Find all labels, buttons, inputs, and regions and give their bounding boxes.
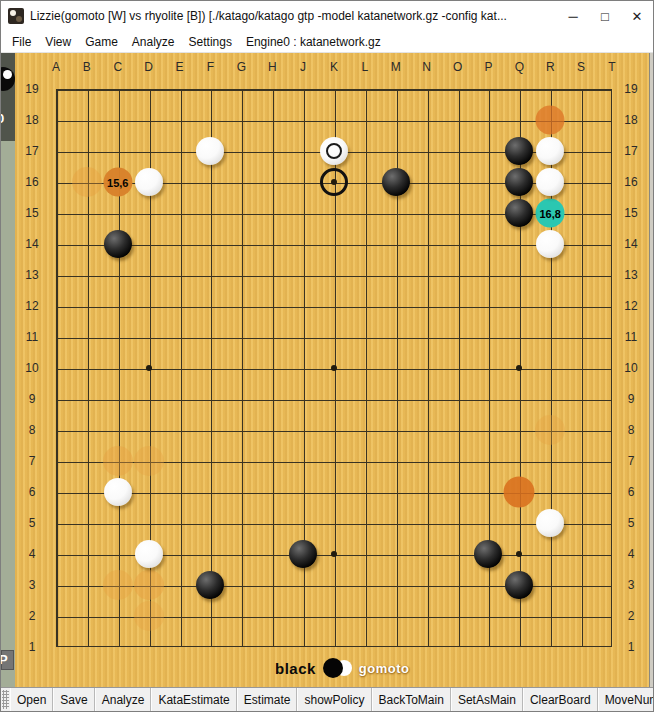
candidate-move-c16[interactable]: 15,6	[103, 168, 132, 197]
coord-row-right-9: 9	[628, 392, 635, 406]
coord-col-D: D	[144, 60, 153, 74]
coord-col-A: A	[52, 60, 60, 74]
coord-row-right-5: 5	[628, 516, 635, 530]
coord-col-M: M	[391, 60, 401, 74]
stone-white-r17[interactable]	[536, 137, 564, 165]
side-panel-tab[interactable]: P	[1, 650, 14, 670]
stone-black-m16[interactable]	[382, 168, 410, 196]
toolbar-button-open[interactable]: Open	[10, 688, 53, 711]
player-name: gomoto	[359, 661, 410, 676]
window-title: Lizzie(gomoto [W] vs rhyolite [B]) [./ka…	[30, 9, 557, 23]
left-side-strip: 0 P	[1, 53, 15, 687]
coord-row-right-18: 18	[624, 113, 637, 127]
star-point-d10	[146, 365, 152, 371]
coord-col-Q: Q	[515, 60, 524, 74]
stone-white-f17[interactable]	[196, 137, 224, 165]
candidate-move-c3[interactable]	[103, 570, 133, 600]
coord-row-right-11: 11	[625, 330, 637, 344]
last-move-circle-marker-k17	[326, 143, 342, 159]
captured-black-stone-icon	[1, 67, 15, 91]
toolbar-button-kataestimate[interactable]: KataEstimate	[151, 688, 236, 711]
star-point-k10	[331, 365, 337, 371]
menu-item-analyze[interactable]: Analyze	[125, 33, 182, 51]
coord-row-left-16: 16	[25, 175, 38, 189]
bottom-toolbar: OpenSaveAnalyzeKataEstimateEstimateshowP…	[1, 687, 653, 711]
coord-row-left-4: 4	[29, 547, 36, 561]
candidate-label: 16,8	[540, 207, 561, 219]
window-controls: ─ □ ✕	[557, 1, 653, 31]
menu-item-settings[interactable]: Settings	[182, 33, 239, 51]
toolbar-button-setasmain[interactable]: SetAsMain	[451, 688, 523, 711]
toolbar-button-save[interactable]: Save	[53, 688, 94, 711]
coord-col-L: L	[362, 60, 369, 74]
coord-row-left-1: 1	[29, 640, 36, 654]
stone-black-c14[interactable]	[104, 230, 132, 258]
close-button[interactable]: ✕	[621, 1, 653, 31]
lizzie-window: Lizzie(gomoto [W] vs rhyolite [B]) [./ka…	[0, 0, 654, 712]
player-stone-icon	[323, 658, 355, 678]
stone-black-q16[interactable]	[505, 168, 533, 196]
coord-row-right-8: 8	[628, 423, 635, 437]
stone-white-c6[interactable]	[104, 478, 132, 506]
stone-white-d4[interactable]	[135, 540, 163, 568]
coord-row-right-6: 6	[628, 485, 635, 499]
coord-row-left-13: 13	[25, 268, 38, 282]
candidate-move-b16[interactable]	[72, 167, 102, 197]
toolbar-button-movenumber[interactable]: MoveNumber	[598, 688, 653, 711]
main-area: black gomoto ABCDEFGHJKLMNOPQRST19191818…	[1, 53, 653, 687]
candidate-move-c7[interactable]	[103, 446, 133, 476]
menu-item-game[interactable]: Game	[78, 33, 125, 51]
candidate-move-q6[interactable]	[504, 477, 535, 508]
candidate-move-d3[interactable]	[134, 570, 164, 600]
candidate-move-r18[interactable]	[536, 106, 565, 135]
coord-row-left-10: 10	[25, 361, 38, 375]
coord-row-right-4: 4	[628, 547, 635, 561]
candidate-move-d2[interactable]	[134, 601, 164, 631]
coord-row-left-7: 7	[29, 454, 36, 468]
coord-col-R: R	[546, 60, 555, 74]
stone-black-q15[interactable]	[505, 199, 533, 227]
coord-row-left-11: 11	[26, 330, 38, 344]
coord-row-left-6: 6	[29, 485, 36, 499]
menu-item-file[interactable]: File	[5, 33, 38, 51]
coord-row-right-2: 2	[628, 609, 635, 623]
coord-col-J: J	[300, 60, 306, 74]
coord-row-left-8: 8	[29, 423, 36, 437]
coord-row-left-2: 2	[29, 609, 36, 623]
coord-col-G: G	[237, 60, 246, 74]
coord-col-N: N	[422, 60, 431, 74]
toolbar-grip-handle[interactable]	[2, 690, 9, 709]
capture-count: 0	[1, 111, 4, 126]
menu-bar: FileViewGameAnalyzeSettingsEngine0 : kat…	[1, 31, 653, 53]
coord-col-P: P	[484, 60, 492, 74]
coord-row-left-3: 3	[29, 578, 36, 592]
toolbar-button-analyze[interactable]: Analyze	[95, 688, 152, 711]
coord-col-E: E	[176, 60, 184, 74]
star-point-q10	[516, 365, 522, 371]
coord-row-right-10: 10	[624, 361, 637, 375]
coord-row-right-12: 12	[624, 299, 637, 313]
toolbar-button-estimate[interactable]: Estimate	[237, 688, 298, 711]
coord-col-K: K	[330, 60, 338, 74]
right-gutter	[649, 53, 653, 687]
bold-ring-marker-k16	[320, 168, 348, 196]
coord-row-right-16: 16	[624, 175, 637, 189]
status-caption: black gomoto	[275, 657, 410, 679]
coord-col-O: O	[453, 60, 462, 74]
coord-row-right-14: 14	[624, 237, 637, 251]
app-icon	[8, 8, 24, 24]
maximize-button[interactable]: □	[589, 1, 621, 31]
go-board[interactable]: black gomoto ABCDEFGHJKLMNOPQRST19191818…	[15, 53, 649, 687]
coord-row-right-3: 3	[628, 578, 635, 592]
coord-row-left-14: 14	[25, 237, 38, 251]
menu-item-engine0[interactable]: Engine0 : katanetwork.gz	[239, 33, 388, 51]
stone-black-j4[interactable]	[289, 540, 317, 568]
minimize-button[interactable]: ─	[557, 1, 589, 31]
stone-black-q3[interactable]	[505, 571, 533, 599]
stone-white-r16[interactable]	[536, 168, 564, 196]
stone-black-q17[interactable]	[505, 137, 533, 165]
candidate-move-r8[interactable]	[535, 415, 565, 445]
star-point-q4	[516, 551, 522, 557]
stone-white-r14[interactable]	[536, 230, 564, 258]
coord-col-F: F	[207, 60, 214, 74]
coord-col-C: C	[113, 60, 122, 74]
stone-black-p4[interactable]	[474, 540, 502, 568]
coord-row-left-18: 18	[25, 113, 38, 127]
coord-row-left-12: 12	[25, 299, 38, 313]
menu-item-view[interactable]: View	[38, 33, 78, 51]
coord-col-B: B	[83, 60, 91, 74]
captures-panel: 0	[1, 53, 15, 141]
coord-col-H: H	[268, 60, 277, 74]
stone-white-r5[interactable]	[536, 509, 564, 537]
star-point-k4	[331, 551, 337, 557]
stone-white-d16[interactable]	[135, 168, 163, 196]
stone-black-f3[interactable]	[196, 571, 224, 599]
coord-row-left-17: 17	[25, 144, 38, 158]
turn-label: black	[275, 660, 316, 677]
candidate-move-r15[interactable]: 16,8	[536, 199, 565, 228]
toolbar-button-clearboard[interactable]: ClearBoard	[523, 688, 598, 711]
coord-row-right-13: 13	[624, 268, 637, 282]
coord-row-right-19: 19	[624, 82, 637, 96]
coord-row-left-9: 9	[29, 392, 36, 406]
black-stone-icon	[323, 658, 343, 678]
coord-row-left-15: 15	[25, 206, 38, 220]
coord-col-S: S	[577, 60, 585, 74]
toolbar-button-showpolicy[interactable]: showPolicy	[297, 688, 371, 711]
coord-col-T: T	[608, 60, 615, 74]
toolbar-button-backtomain[interactable]: BackToMain	[372, 688, 451, 711]
coord-row-right-15: 15	[624, 206, 637, 220]
coord-row-right-1: 1	[628, 640, 635, 654]
title-bar: Lizzie(gomoto [W] vs rhyolite [B]) [./ka…	[1, 1, 653, 31]
coord-row-right-17: 17	[624, 144, 637, 158]
coord-row-right-7: 7	[628, 454, 635, 468]
candidate-move-d7[interactable]	[134, 446, 164, 476]
coord-row-left-5: 5	[29, 516, 36, 530]
candidate-label: 15,6	[107, 176, 128, 188]
coord-row-left-19: 19	[25, 82, 38, 96]
